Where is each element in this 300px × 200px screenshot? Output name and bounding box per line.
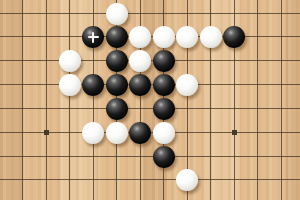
grid-hline — [0, 179, 300, 180]
black-stone — [153, 74, 175, 96]
black-stone — [129, 122, 151, 144]
black-stone — [129, 74, 151, 96]
white-stone — [153, 122, 175, 144]
grid-vline — [46, 0, 47, 200]
black-stone — [153, 50, 175, 72]
black-stone — [106, 74, 128, 96]
white-stone — [153, 26, 175, 48]
white-stone — [106, 3, 128, 25]
grid-hline — [0, 13, 300, 14]
black-stone — [106, 50, 128, 72]
white-stone — [129, 26, 151, 48]
grid-vline — [69, 0, 70, 200]
white-stone — [176, 169, 198, 191]
black-stone — [153, 146, 175, 168]
last-move-marker-icon — [92, 32, 94, 43]
black-stone — [106, 26, 128, 48]
white-stone — [129, 50, 151, 72]
black-stone — [82, 74, 104, 96]
star-point — [232, 130, 237, 135]
gomoku-board[interactable] — [0, 0, 300, 200]
grid-hline — [0, 108, 300, 109]
grid-vline — [281, 0, 282, 200]
white-stone — [176, 26, 198, 48]
white-stone — [200, 26, 222, 48]
black-stone — [153, 98, 175, 120]
grid-vline — [22, 0, 23, 200]
black-stone — [223, 26, 245, 48]
grid-vline — [257, 0, 258, 200]
white-stone — [59, 74, 81, 96]
grid-hline — [0, 156, 300, 157]
star-point — [44, 130, 49, 135]
white-stone — [106, 122, 128, 144]
white-stone — [59, 50, 81, 72]
black-stone — [106, 98, 128, 120]
white-stone — [176, 74, 198, 96]
white-stone — [82, 122, 104, 144]
